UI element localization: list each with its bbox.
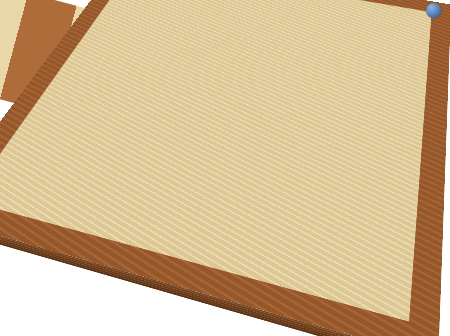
pieces-layer	[0, 0, 450, 336]
watermark-icon[interactable]	[426, 3, 441, 18]
chess-set-photo	[0, 0, 450, 336]
scene	[0, 0, 450, 336]
